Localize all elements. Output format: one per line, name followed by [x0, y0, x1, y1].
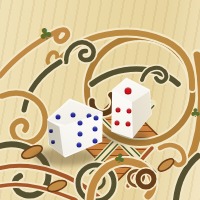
die-pip	[49, 129, 53, 133]
dice-on-backgammon-board-photo: ♣ ♣ ♣	[0, 0, 200, 200]
die-pip	[116, 107, 121, 112]
die-pip	[115, 120, 120, 125]
die-pip	[51, 140, 55, 144]
die-pip	[56, 115, 61, 120]
die-pip	[71, 112, 76, 117]
die-pip	[77, 143, 82, 148]
trefoil-icon: ♣	[190, 106, 200, 120]
die-pip	[93, 115, 98, 120]
board-ornament: ♣ ♣ ♣	[0, 0, 200, 200]
die-pip	[92, 138, 97, 143]
die-pip	[78, 121, 83, 126]
die-pip	[127, 109, 132, 114]
die-pip	[77, 132, 82, 137]
die-pip	[126, 122, 131, 127]
die-pip	[124, 87, 131, 94]
die-pip	[93, 127, 98, 132]
